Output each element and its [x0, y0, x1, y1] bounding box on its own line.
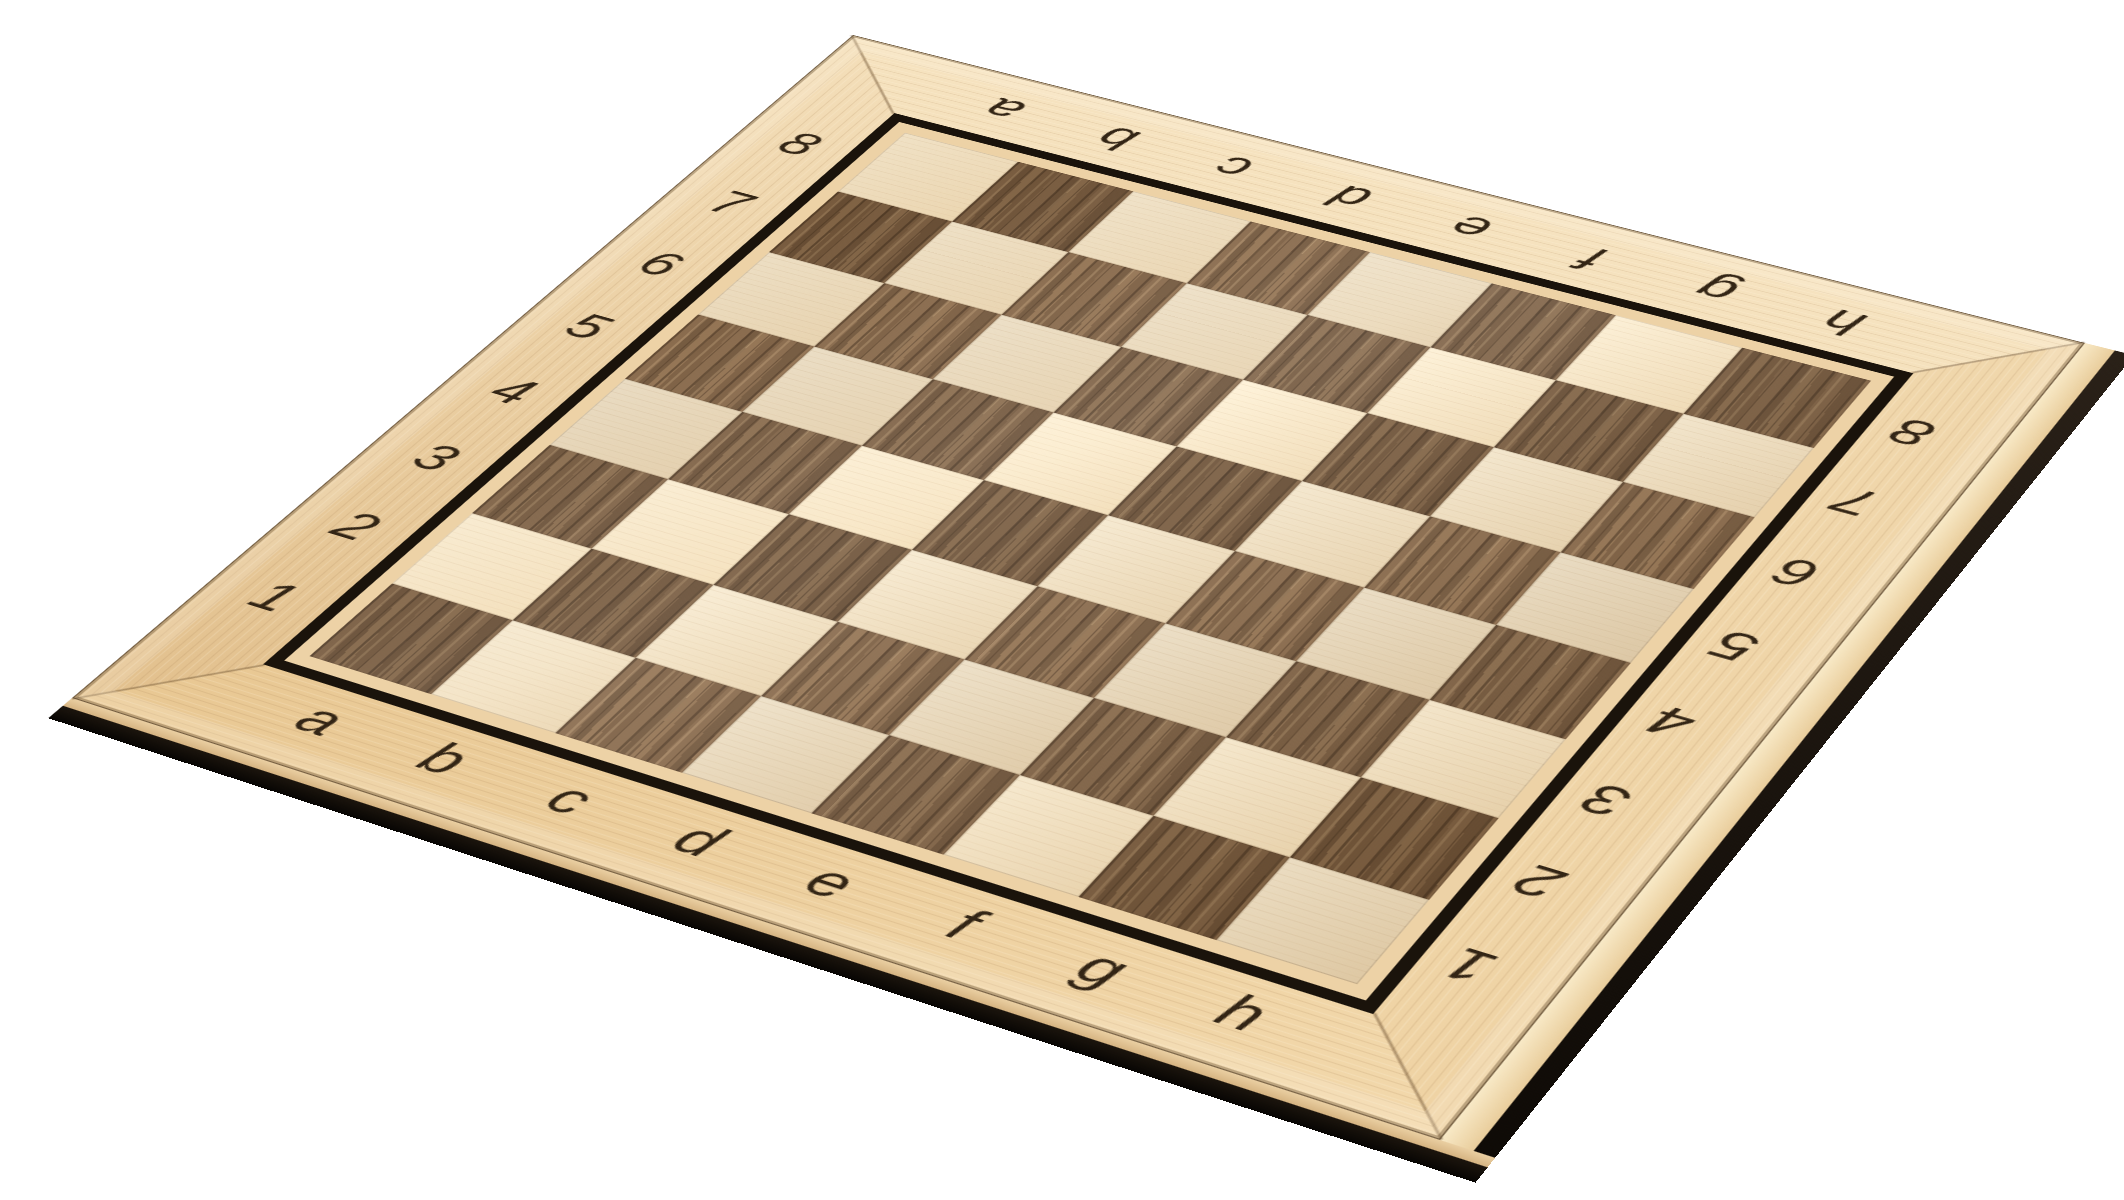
board-top: aabbccddeeffgghh1122334455667788	[72, 35, 2085, 1140]
product-photo-stage: aabbccddeeffgghh1122334455667788	[0, 0, 2124, 1200]
chess-board: aabbccddeeffgghh1122334455667788	[48, 35, 2124, 1183]
